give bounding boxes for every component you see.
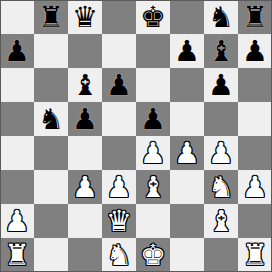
piece-black-pawn[interactable]: ♟: [4, 34, 30, 68]
square-a4[interactable]: [0, 136, 34, 170]
square-h6[interactable]: [238, 68, 272, 102]
square-c7[interactable]: [68, 34, 102, 68]
square-e5[interactable]: ♟: [136, 102, 170, 136]
square-a3[interactable]: [0, 170, 34, 204]
piece-white-pawn[interactable]: ♟: [208, 136, 234, 170]
piece-white-pawn[interactable]: ♟: [4, 204, 30, 238]
chess-board: ♜♛♚♞♜♟♟♝♟♝♟♟♞♟♟♟♟♟♟♟♝♞♟♟♛♝♜♞♚♜: [0, 0, 272, 272]
square-a2[interactable]: ♟: [0, 204, 34, 238]
piece-white-pawn[interactable]: ♟: [106, 170, 132, 204]
square-g3[interactable]: ♞: [204, 170, 238, 204]
square-a5[interactable]: [0, 102, 34, 136]
square-e4[interactable]: ♟: [136, 136, 170, 170]
square-h5[interactable]: [238, 102, 272, 136]
square-a7[interactable]: ♟: [0, 34, 34, 68]
square-h3[interactable]: ♟: [238, 170, 272, 204]
piece-white-king[interactable]: ♚: [140, 238, 166, 272]
square-g6[interactable]: ♟: [204, 68, 238, 102]
piece-black-king[interactable]: ♚: [140, 0, 166, 34]
piece-white-rook[interactable]: ♜: [4, 238, 30, 272]
piece-black-rook[interactable]: ♜: [38, 0, 64, 34]
square-e6[interactable]: [136, 68, 170, 102]
square-b8[interactable]: ♜: [34, 0, 68, 34]
square-d2[interactable]: ♛: [102, 204, 136, 238]
piece-white-knight[interactable]: ♞: [106, 238, 132, 272]
square-f5[interactable]: [170, 102, 204, 136]
square-a1[interactable]: ♜: [0, 238, 34, 272]
square-b4[interactable]: [34, 136, 68, 170]
square-e3[interactable]: ♝: [136, 170, 170, 204]
piece-white-knight[interactable]: ♞: [208, 170, 234, 204]
square-b5[interactable]: ♞: [34, 102, 68, 136]
piece-black-knight[interactable]: ♞: [208, 0, 234, 34]
square-e8[interactable]: ♚: [136, 0, 170, 34]
square-g1[interactable]: [204, 238, 238, 272]
square-a8[interactable]: [0, 0, 34, 34]
square-f8[interactable]: [170, 0, 204, 34]
piece-black-pawn[interactable]: ♟: [242, 34, 268, 68]
piece-white-pawn[interactable]: ♟: [242, 170, 268, 204]
piece-black-pawn[interactable]: ♟: [208, 68, 234, 102]
square-e7[interactable]: [136, 34, 170, 68]
piece-white-pawn[interactable]: ♟: [140, 136, 166, 170]
square-a6[interactable]: [0, 68, 34, 102]
square-c1[interactable]: [68, 238, 102, 272]
square-f3[interactable]: [170, 170, 204, 204]
square-c3[interactable]: ♟: [68, 170, 102, 204]
piece-black-pawn[interactable]: ♟: [72, 102, 98, 136]
piece-white-bishop[interactable]: ♝: [140, 170, 166, 204]
square-c2[interactable]: [68, 204, 102, 238]
square-h1[interactable]: ♜: [238, 238, 272, 272]
piece-black-bishop[interactable]: ♝: [208, 34, 234, 68]
piece-black-pawn[interactable]: ♟: [140, 102, 166, 136]
square-f4[interactable]: ♟: [170, 136, 204, 170]
square-b7[interactable]: [34, 34, 68, 68]
square-h2[interactable]: [238, 204, 272, 238]
piece-black-queen[interactable]: ♛: [72, 0, 98, 34]
square-d1[interactable]: ♞: [102, 238, 136, 272]
piece-white-pawn[interactable]: ♟: [72, 170, 98, 204]
piece-white-pawn[interactable]: ♟: [174, 136, 200, 170]
square-c4[interactable]: [68, 136, 102, 170]
square-b2[interactable]: [34, 204, 68, 238]
square-c5[interactable]: ♟: [68, 102, 102, 136]
square-e2[interactable]: [136, 204, 170, 238]
piece-white-queen[interactable]: ♛: [106, 204, 132, 238]
square-f1[interactable]: [170, 238, 204, 272]
piece-black-bishop[interactable]: ♝: [72, 68, 98, 102]
piece-black-pawn[interactable]: ♟: [106, 68, 132, 102]
square-d4[interactable]: [102, 136, 136, 170]
piece-black-rook[interactable]: ♜: [242, 0, 268, 34]
square-d7[interactable]: [102, 34, 136, 68]
piece-white-rook[interactable]: ♜: [242, 238, 268, 272]
square-f6[interactable]: [170, 68, 204, 102]
square-f7[interactable]: ♟: [170, 34, 204, 68]
square-h7[interactable]: ♟: [238, 34, 272, 68]
square-g2[interactable]: ♝: [204, 204, 238, 238]
square-g7[interactable]: ♝: [204, 34, 238, 68]
square-h4[interactable]: [238, 136, 272, 170]
square-d6[interactable]: ♟: [102, 68, 136, 102]
square-g5[interactable]: [204, 102, 238, 136]
piece-white-bishop[interactable]: ♝: [208, 204, 234, 238]
square-f2[interactable]: [170, 204, 204, 238]
piece-black-pawn[interactable]: ♟: [174, 34, 200, 68]
square-d3[interactable]: ♟: [102, 170, 136, 204]
square-b1[interactable]: [34, 238, 68, 272]
square-c8[interactable]: ♛: [68, 0, 102, 34]
square-c6[interactable]: ♝: [68, 68, 102, 102]
square-e1[interactable]: ♚: [136, 238, 170, 272]
square-d8[interactable]: [102, 0, 136, 34]
square-b3[interactable]: [34, 170, 68, 204]
square-g8[interactable]: ♞: [204, 0, 238, 34]
square-d5[interactable]: [102, 102, 136, 136]
square-b6[interactable]: [34, 68, 68, 102]
square-g4[interactable]: ♟: [204, 136, 238, 170]
piece-black-knight[interactable]: ♞: [38, 102, 64, 136]
square-h8[interactable]: ♜: [238, 0, 272, 34]
